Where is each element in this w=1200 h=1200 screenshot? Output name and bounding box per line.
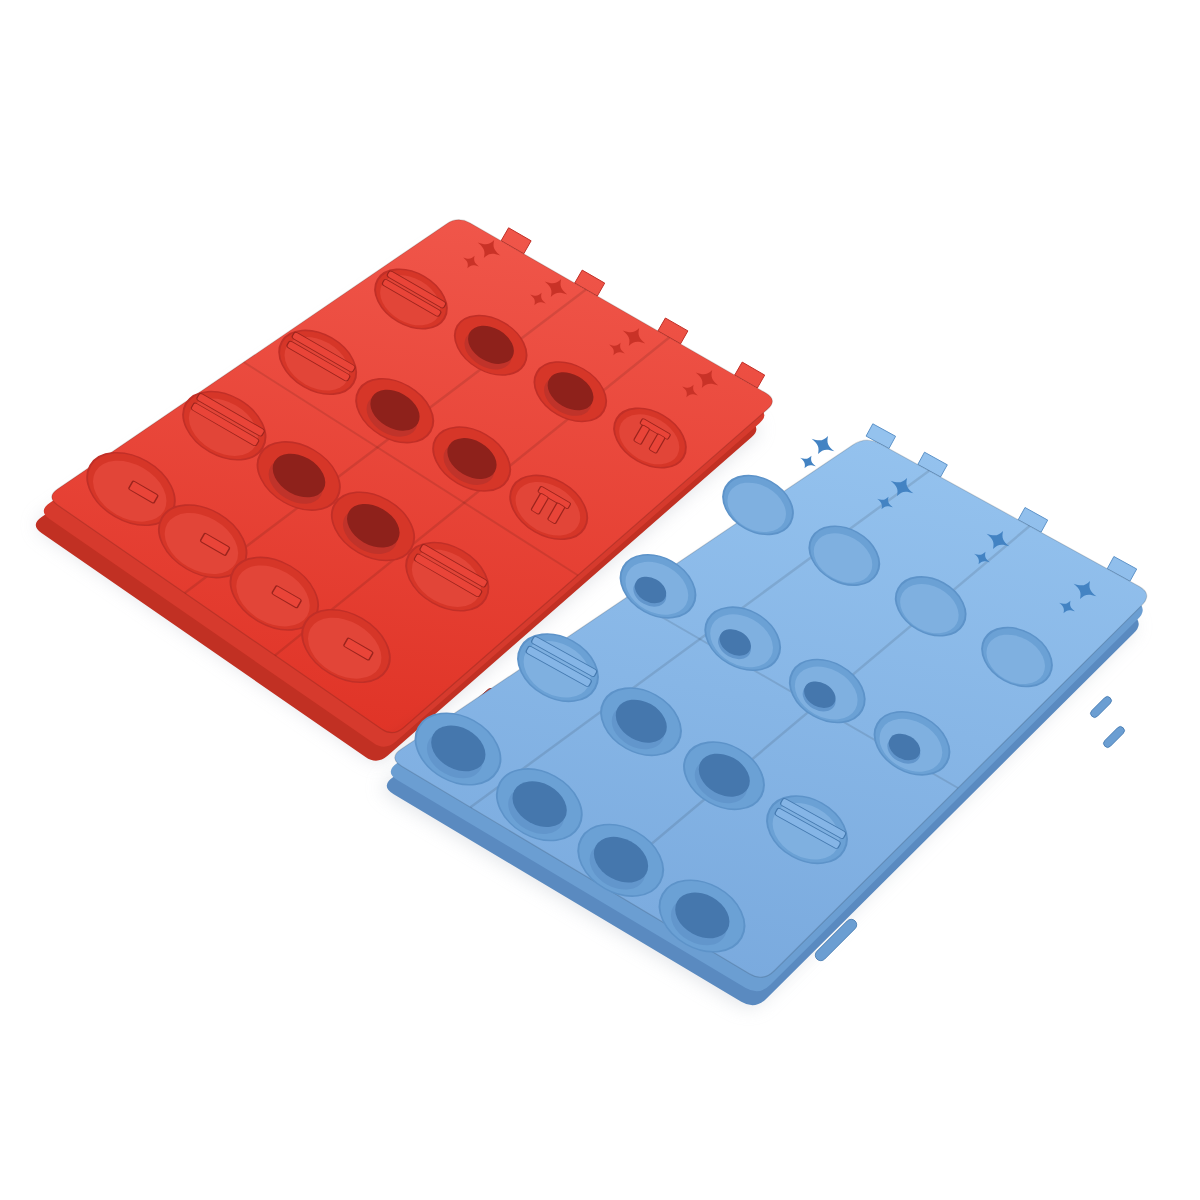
product-photo-canvas bbox=[0, 0, 1200, 1200]
folding-boards-photo bbox=[0, 0, 1200, 1200]
